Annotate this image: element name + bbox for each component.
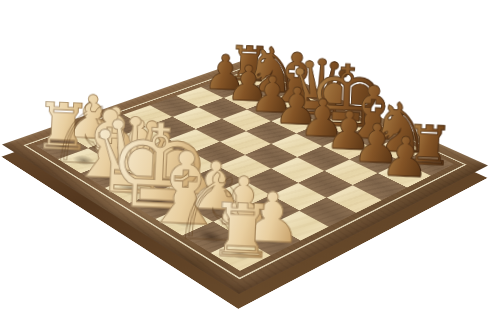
playing-area: ♜♞♝♛♚♝♞♜♟♟♟♟♟♟♟♟♟♟♟♟♟♟♟♟♜♞♝♛♚♝♞♜: [36, 70, 454, 271]
chess-board: ♜♞♝♛♚♝♞♜♟♟♟♟♟♟♟♟♟♟♟♟♟♟♟♟♜♞♝♛♚♝♞♜: [2, 58, 488, 294]
product-photo: ♜♞♝♛♚♝♞♜♟♟♟♟♟♟♟♟♟♟♟♟♟♟♟♟♜♞♝♛♚♝♞♜: [0, 0, 500, 325]
perspective-container: ♜♞♝♛♚♝♞♜♟♟♟♟♟♟♟♟♟♟♟♟♟♟♟♟♜♞♝♛♚♝♞♜: [0, 0, 500, 325]
camera-tilt: ♜♞♝♛♚♝♞♜♟♟♟♟♟♟♟♟♟♟♟♟♟♟♟♟♜♞♝♛♚♝♞♜: [0, 0, 500, 325]
